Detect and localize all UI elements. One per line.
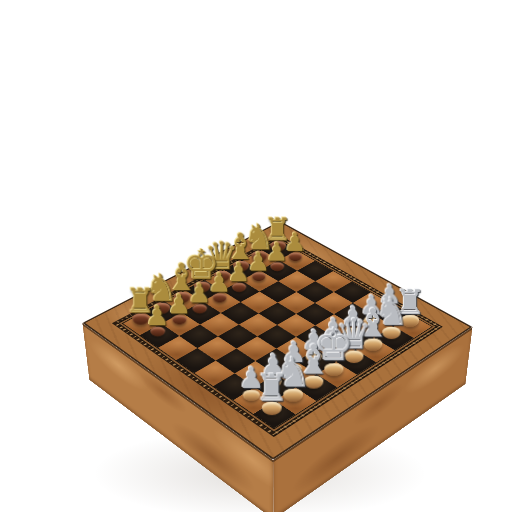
chess-board-box: ♜♟♟♜♞♟♟♞♝♟♟♝♛♟♟♛♚♟♟♚♝♟♟♝♞♟♟♞♜♟♟♜ [82, 221, 472, 460]
perspective-scene: ♜♟♟♜♞♟♟♞♝♟♟♝♛♟♟♛♚♟♟♚♝♟♟♝♞♟♟♞♜♟♟♜ [0, 0, 512, 512]
square[interactable]: ♟ [140, 324, 179, 348]
chess-piece-glyph: ♟ [145, 303, 170, 329]
square[interactable] [179, 324, 218, 348]
photo-background: ♜♟♟♜♞♟♟♞♝♟♟♝♛♟♟♛♚♟♟♚♝♟♟♝♞♟♟♞♜♟♟♜ [0, 0, 512, 512]
silver-rook[interactable]: ♜ [249, 370, 295, 415]
board-top-leather-border: ♜♟♟♜♞♟♟♞♝♟♟♝♛♟♟♛♚♟♟♚♝♟♟♝♞♟♟♞♜♟♟♜ [82, 221, 472, 460]
chess-piece-glyph: ♜ [255, 370, 289, 406]
gold-pawn[interactable]: ♟ [136, 303, 179, 337]
piece-base [262, 402, 282, 415]
piece-base [150, 326, 165, 335]
square[interactable]: ♜ [253, 400, 295, 428]
